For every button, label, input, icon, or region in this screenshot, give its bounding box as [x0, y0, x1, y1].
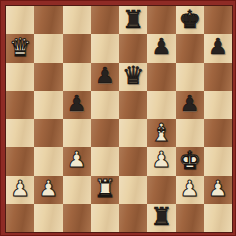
- square-d5[interactable]: [91, 91, 119, 119]
- square-h3[interactable]: [204, 147, 232, 175]
- square-b6[interactable]: [34, 63, 62, 91]
- square-e6[interactable]: ♛: [119, 63, 147, 91]
- piece-black-pawn[interactable]: ♟: [95, 65, 115, 87]
- square-a5[interactable]: [6, 91, 34, 119]
- piece-black-rook[interactable]: ♜: [122, 7, 144, 32]
- square-g2[interactable]: ♟: [176, 176, 204, 204]
- square-e4[interactable]: [119, 119, 147, 147]
- square-f8[interactable]: [147, 6, 175, 34]
- piece-white-pawn[interactable]: ♟: [67, 149, 87, 171]
- square-g7[interactable]: [176, 34, 204, 62]
- square-e7[interactable]: [119, 34, 147, 62]
- square-d4[interactable]: [91, 119, 119, 147]
- square-d1[interactable]: [91, 204, 119, 232]
- square-b3[interactable]: [34, 147, 62, 175]
- square-e3[interactable]: [119, 147, 147, 175]
- square-h8[interactable]: [204, 6, 232, 34]
- square-f7[interactable]: ♟: [147, 34, 175, 62]
- piece-black-pawn[interactable]: ♟: [208, 36, 228, 58]
- square-c4[interactable]: [63, 119, 91, 147]
- square-a2[interactable]: ♟: [6, 176, 34, 204]
- square-b7[interactable]: [34, 34, 62, 62]
- chess-board: ♜♚♛♟♟♟♛♟♟♝♟♟♚♟♟♜♟♟♜: [6, 6, 232, 232]
- square-c5[interactable]: ♟: [63, 91, 91, 119]
- piece-black-rook[interactable]: ♜: [150, 204, 172, 229]
- square-h2[interactable]: ♟: [204, 176, 232, 204]
- piece-white-pawn[interactable]: ♟: [180, 178, 200, 200]
- square-g4[interactable]: [176, 119, 204, 147]
- piece-black-pawn[interactable]: ♟: [152, 36, 172, 58]
- square-c6[interactable]: [63, 63, 91, 91]
- square-d7[interactable]: [91, 34, 119, 62]
- square-d8[interactable]: [91, 6, 119, 34]
- square-b5[interactable]: [34, 91, 62, 119]
- square-g1[interactable]: [176, 204, 204, 232]
- square-a1[interactable]: [6, 204, 34, 232]
- square-c1[interactable]: [63, 204, 91, 232]
- square-g3[interactable]: ♚: [176, 147, 204, 175]
- square-a6[interactable]: [6, 63, 34, 91]
- board-frame: ♜♚♛♟♟♟♛♟♟♝♟♟♚♟♟♜♟♟♜: [0, 0, 236, 236]
- square-h5[interactable]: [204, 91, 232, 119]
- piece-white-pawn[interactable]: ♟: [208, 178, 228, 200]
- square-h7[interactable]: ♟: [204, 34, 232, 62]
- square-g5[interactable]: ♟: [176, 91, 204, 119]
- square-h6[interactable]: [204, 63, 232, 91]
- square-b4[interactable]: [34, 119, 62, 147]
- square-f4[interactable]: ♝: [147, 119, 175, 147]
- square-d3[interactable]: [91, 147, 119, 175]
- piece-white-rook[interactable]: ♜: [94, 176, 116, 201]
- square-c8[interactable]: [63, 6, 91, 34]
- square-g6[interactable]: [176, 63, 204, 91]
- square-f2[interactable]: [147, 176, 175, 204]
- piece-black-king[interactable]: ♚: [178, 7, 200, 32]
- square-e5[interactable]: [119, 91, 147, 119]
- square-a8[interactable]: [6, 6, 34, 34]
- square-f1[interactable]: ♜: [147, 204, 175, 232]
- piece-white-pawn[interactable]: ♟: [152, 149, 172, 171]
- square-a4[interactable]: [6, 119, 34, 147]
- piece-black-queen[interactable]: ♛: [122, 63, 144, 88]
- piece-white-pawn[interactable]: ♟: [10, 178, 30, 200]
- square-d2[interactable]: ♜: [91, 176, 119, 204]
- square-f5[interactable]: [147, 91, 175, 119]
- square-f3[interactable]: ♟: [147, 147, 175, 175]
- square-h1[interactable]: [204, 204, 232, 232]
- square-e8[interactable]: ♜: [119, 6, 147, 34]
- piece-black-pawn[interactable]: ♟: [180, 93, 200, 115]
- square-h4[interactable]: [204, 119, 232, 147]
- square-c7[interactable]: [63, 34, 91, 62]
- square-e1[interactable]: [119, 204, 147, 232]
- square-a7[interactable]: ♛: [6, 34, 34, 62]
- square-d6[interactable]: ♟: [91, 63, 119, 91]
- square-c3[interactable]: ♟: [63, 147, 91, 175]
- square-e2[interactable]: [119, 176, 147, 204]
- piece-white-king[interactable]: ♚: [178, 148, 200, 173]
- square-c2[interactable]: [63, 176, 91, 204]
- piece-white-queen[interactable]: ♛: [9, 35, 31, 60]
- piece-white-bishop[interactable]: ♝: [150, 120, 172, 145]
- square-g8[interactable]: ♚: [176, 6, 204, 34]
- square-b8[interactable]: [34, 6, 62, 34]
- square-a3[interactable]: [6, 147, 34, 175]
- square-b2[interactable]: ♟: [34, 176, 62, 204]
- square-b1[interactable]: [34, 204, 62, 232]
- piece-white-pawn[interactable]: ♟: [39, 178, 59, 200]
- square-f6[interactable]: [147, 63, 175, 91]
- piece-black-pawn[interactable]: ♟: [67, 93, 87, 115]
